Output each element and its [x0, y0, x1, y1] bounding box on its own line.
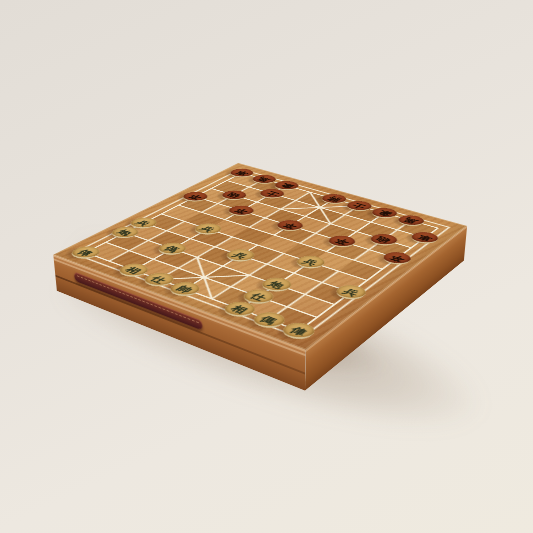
piece-character: 馬 — [402, 217, 419, 224]
piece-character: 卒 — [233, 207, 250, 214]
piece-character: 砲 — [225, 192, 242, 199]
piece-character: 士 — [351, 202, 368, 209]
piece-character: 象 — [279, 182, 295, 188]
piece-character: 炮 — [116, 229, 134, 237]
piece-character: 將 — [326, 196, 343, 203]
piece-character: 兵 — [199, 225, 217, 233]
piece-character: 兵 — [135, 219, 153, 226]
product-photo-stage: 車 馬 象 將 士 象 馬 士 車 砲 — [0, 0, 533, 533]
piece-character: 士 — [264, 190, 281, 197]
piece-character: 車 — [234, 170, 250, 176]
piece-character: 砲 — [375, 236, 393, 244]
piece-character: 象 — [376, 209, 393, 216]
piece-character: 卒 — [281, 222, 299, 230]
piece-character: 車 — [416, 234, 434, 242]
piece-character: 卒 — [187, 193, 204, 200]
piece-character: 馬 — [256, 176, 272, 182]
